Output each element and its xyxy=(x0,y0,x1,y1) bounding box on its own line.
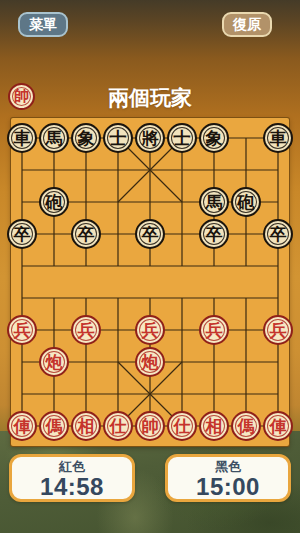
black-clock: 黑色 15:00 xyxy=(165,454,291,502)
piece-black-horse[interactable]: 馬 xyxy=(39,123,69,153)
xiangqi-board[interactable]: 車馬象士將士象車砲馬砲卒卒卒卒卒兵兵兵兵兵炮炮俥傌相仕帥仕相傌俥 xyxy=(11,118,289,446)
piece-red-general[interactable]: 帥 xyxy=(135,411,165,441)
piece-black-soldier[interactable]: 卒 xyxy=(199,219,229,249)
piece-red-soldier[interactable]: 兵 xyxy=(71,315,101,345)
piece-black-soldier[interactable]: 卒 xyxy=(71,219,101,249)
undo-button[interactable]: 復原 xyxy=(222,12,272,37)
app-screen: 菜單 復原 帥 兩個玩家 車馬象士將士象車砲馬砲卒卒卒卒卒兵兵兵兵兵炮炮俥傌相仕… xyxy=(0,0,300,533)
red-clock-label: 紅色 xyxy=(12,460,132,474)
black-clock-label: 黑色 xyxy=(168,460,288,474)
piece-black-soldier[interactable]: 卒 xyxy=(7,219,37,249)
piece-red-advisor[interactable]: 仕 xyxy=(103,411,133,441)
piece-red-chariot[interactable]: 俥 xyxy=(7,411,37,441)
piece-red-cannon[interactable]: 炮 xyxy=(39,347,69,377)
piece-black-soldier[interactable]: 卒 xyxy=(263,219,293,249)
red-clock: 紅色 14:58 xyxy=(9,454,135,502)
red-clock-time: 14:58 xyxy=(12,474,132,499)
board-grid xyxy=(11,118,289,446)
piece-black-cannon[interactable]: 砲 xyxy=(39,187,69,217)
piece-black-advisor[interactable]: 士 xyxy=(167,123,197,153)
piece-red-cannon[interactable]: 炮 xyxy=(135,347,165,377)
piece-black-chariot[interactable]: 車 xyxy=(263,123,293,153)
piece-red-elephant[interactable]: 相 xyxy=(71,411,101,441)
piece-black-elephant[interactable]: 象 xyxy=(199,123,229,153)
piece-black-general[interactable]: 將 xyxy=(135,123,165,153)
piece-red-advisor[interactable]: 仕 xyxy=(167,411,197,441)
menu-button[interactable]: 菜單 xyxy=(18,12,68,37)
black-clock-time: 15:00 xyxy=(168,474,288,499)
piece-black-cannon[interactable]: 砲 xyxy=(231,187,261,217)
piece-red-horse[interactable]: 傌 xyxy=(39,411,69,441)
piece-black-advisor[interactable]: 士 xyxy=(103,123,133,153)
piece-red-soldier[interactable]: 兵 xyxy=(135,315,165,345)
piece-red-elephant[interactable]: 相 xyxy=(199,411,229,441)
piece-black-horse[interactable]: 馬 xyxy=(199,187,229,217)
piece-black-soldier[interactable]: 卒 xyxy=(135,219,165,249)
piece-red-soldier[interactable]: 兵 xyxy=(263,315,293,345)
piece-black-elephant[interactable]: 象 xyxy=(71,123,101,153)
piece-red-soldier[interactable]: 兵 xyxy=(7,315,37,345)
piece-red-chariot[interactable]: 俥 xyxy=(263,411,293,441)
piece-black-chariot[interactable]: 車 xyxy=(7,123,37,153)
page-title: 兩個玩家 xyxy=(0,84,300,112)
piece-red-soldier[interactable]: 兵 xyxy=(199,315,229,345)
piece-red-horse[interactable]: 傌 xyxy=(231,411,261,441)
